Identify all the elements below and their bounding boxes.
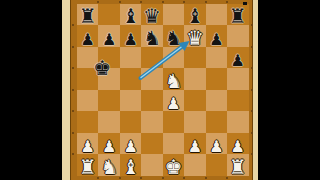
- square-h1[interactable]: ♜: [227, 154, 248, 175]
- square-g8[interactable]: [206, 4, 227, 25]
- frame-tick-dot: [119, 177, 121, 179]
- square-h5[interactable]: [227, 68, 248, 89]
- square-e8[interactable]: [163, 4, 184, 25]
- corner-marker-dot: [243, 2, 247, 5]
- square-d6[interactable]: [141, 47, 162, 68]
- square-d8[interactable]: ♛: [141, 4, 162, 25]
- frame-tick-dot: [205, 1, 207, 3]
- letterbox-right: [258, 0, 320, 180]
- piece-white-pawn[interactable]: ♟: [81, 138, 95, 155]
- square-h3[interactable]: [227, 111, 248, 132]
- square-h7[interactable]: [227, 25, 248, 46]
- piece-black-pawn[interactable]: ♟: [209, 31, 223, 48]
- square-g4[interactable]: [206, 90, 227, 111]
- square-d5[interactable]: [141, 68, 162, 89]
- square-d2[interactable]: [141, 133, 162, 154]
- piece-black-king[interactable]: ♚: [93, 58, 111, 78]
- square-d1[interactable]: [141, 154, 162, 175]
- piece-black-bishop[interactable]: ♝: [186, 6, 204, 26]
- square-e3[interactable]: [163, 111, 184, 132]
- square-f6[interactable]: [184, 47, 205, 68]
- frame-tick-dot: [183, 177, 185, 179]
- square-c8[interactable]: ♝: [120, 4, 141, 25]
- square-e2[interactable]: [163, 133, 184, 154]
- piece-black-knight[interactable]: ♞: [143, 28, 161, 48]
- square-f7[interactable]: ♛: [184, 25, 205, 46]
- square-h2[interactable]: ♟: [227, 133, 248, 154]
- letterbox-left: [0, 0, 62, 180]
- piece-white-pawn[interactable]: ♟: [166, 95, 180, 112]
- piece-black-pawn[interactable]: ♟: [102, 31, 116, 48]
- square-b8[interactable]: [98, 4, 119, 25]
- piece-white-knight[interactable]: ♞: [165, 71, 183, 91]
- frame-tick-dot: [251, 67, 253, 69]
- piece-white-rook[interactable]: ♜: [79, 157, 97, 177]
- piece-white-rook[interactable]: ♜: [229, 157, 247, 177]
- piece-black-rook[interactable]: ♜: [229, 6, 247, 26]
- frame-tick-dot: [205, 177, 207, 179]
- square-g3[interactable]: [206, 111, 227, 132]
- frame-tick-dot: [140, 177, 142, 179]
- square-c4[interactable]: [120, 90, 141, 111]
- square-a1[interactable]: ♜: [77, 154, 98, 175]
- square-c2[interactable]: ♟: [120, 133, 141, 154]
- frame-tick-dot: [72, 89, 74, 91]
- square-e4[interactable]: ♟: [163, 90, 184, 111]
- square-h4[interactable]: [227, 90, 248, 111]
- square-b7[interactable]: ♟: [98, 25, 119, 46]
- square-e6[interactable]: [163, 47, 184, 68]
- frame-tick-dot: [251, 89, 253, 91]
- square-d7[interactable]: ♞: [141, 25, 162, 46]
- frame-tick-dot: [251, 132, 253, 134]
- frame-tick-dot: [251, 24, 253, 26]
- frame-tick-dot: [97, 1, 99, 3]
- square-c6[interactable]: [120, 47, 141, 68]
- piece-black-rook[interactable]: ♜: [79, 6, 97, 26]
- piece-black-pawn[interactable]: ♟: [231, 52, 245, 69]
- piece-white-pawn[interactable]: ♟: [209, 138, 223, 155]
- frame-tick-dot: [97, 177, 99, 179]
- piece-black-queen[interactable]: ♛: [143, 6, 161, 26]
- square-c5[interactable]: [120, 68, 141, 89]
- square-c1[interactable]: ♝: [120, 154, 141, 175]
- square-b4[interactable]: [98, 90, 119, 111]
- frame-tick-dot: [72, 153, 74, 155]
- square-a7[interactable]: ♟: [77, 25, 98, 46]
- square-f1[interactable]: [184, 154, 205, 175]
- frame-tick-dot: [72, 67, 74, 69]
- piece-black-pawn[interactable]: ♟: [123, 31, 137, 48]
- square-f3[interactable]: [184, 111, 205, 132]
- piece-white-pawn[interactable]: ♟: [188, 138, 202, 155]
- frame-tick-dot: [183, 1, 185, 3]
- piece-white-pawn[interactable]: ♟: [123, 138, 137, 155]
- frame-tick-dot: [140, 1, 142, 3]
- square-f4[interactable]: [184, 90, 205, 111]
- piece-white-queen[interactable]: ♛: [186, 28, 204, 48]
- piece-white-king[interactable]: ♚: [165, 157, 183, 177]
- frame-tick-dot: [251, 110, 253, 112]
- frame-tick-dot: [72, 110, 74, 112]
- piece-white-knight[interactable]: ♞: [100, 157, 118, 177]
- frame-tick-dot: [119, 1, 121, 3]
- square-c7[interactable]: ♟: [120, 25, 141, 46]
- square-g5[interactable]: [206, 68, 227, 89]
- frame-tick-dot: [226, 1, 228, 3]
- piece-black-knight[interactable]: ♞: [165, 28, 183, 48]
- piece-white-pawn[interactable]: ♟: [102, 138, 116, 155]
- piece-black-king-floating[interactable]: ♚: [92, 56, 113, 77]
- frame-tick-dot: [72, 46, 74, 48]
- square-a4[interactable]: [77, 90, 98, 111]
- square-f8[interactable]: ♝: [184, 4, 205, 25]
- square-h8[interactable]: ♜: [227, 4, 248, 25]
- frame-tick-dot: [251, 46, 253, 48]
- square-f5[interactable]: [184, 68, 205, 89]
- square-b3[interactable]: [98, 111, 119, 132]
- frame-tick-dot: [162, 177, 164, 179]
- frame-tick-dot: [72, 24, 74, 26]
- square-f2[interactable]: ♟: [184, 133, 205, 154]
- square-h6[interactable]: ♟: [227, 47, 248, 68]
- square-g1[interactable]: [206, 154, 227, 175]
- square-d3[interactable]: [141, 111, 162, 132]
- square-g2[interactable]: ♟: [206, 133, 227, 154]
- square-c3[interactable]: [120, 111, 141, 132]
- piece-white-bishop[interactable]: ♝: [122, 157, 140, 177]
- square-a3[interactable]: [77, 111, 98, 132]
- square-e7[interactable]: ♞: [163, 25, 184, 46]
- square-g6[interactable]: [206, 47, 227, 68]
- square-b1[interactable]: ♞: [98, 154, 119, 175]
- square-e1[interactable]: ♚: [163, 154, 184, 175]
- square-e5[interactable]: ♞: [163, 68, 184, 89]
- piece-black-pawn[interactable]: ♟: [81, 31, 95, 48]
- square-d4[interactable]: [141, 90, 162, 111]
- square-a8[interactable]: ♜: [77, 4, 98, 25]
- piece-white-pawn[interactable]: ♟: [231, 138, 245, 155]
- frame-tick-dot: [72, 132, 74, 134]
- frame-tick-dot: [251, 153, 253, 155]
- chess-board[interactable]: ♜♝♛♝♜♟♟♟♞♞♛♟♟♞♟♟♟♟♟♟♟♜♞♝♚♜: [77, 4, 249, 176]
- square-g7[interactable]: ♟: [206, 25, 227, 46]
- square-b2[interactable]: ♟: [98, 133, 119, 154]
- square-a2[interactable]: ♟: [77, 133, 98, 154]
- chess-app-frame: ♜♝♛♝♜♟♟♟♞♞♛♟♟♞♟♟♟♟♟♟♟♜♞♝♚♜ ♚: [0, 0, 320, 180]
- frame-tick-dot: [162, 1, 164, 3]
- piece-black-bishop[interactable]: ♝: [122, 6, 140, 26]
